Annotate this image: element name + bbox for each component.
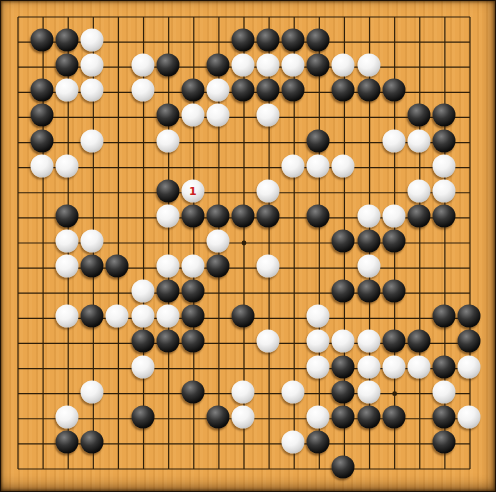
stone-black[interactable] xyxy=(407,104,430,127)
stone-black[interactable] xyxy=(206,54,229,77)
stone-black[interactable] xyxy=(181,280,204,303)
stone-black[interactable] xyxy=(56,54,79,77)
stone-black[interactable] xyxy=(407,204,430,227)
stone-white[interactable] xyxy=(432,154,455,177)
stone-black[interactable] xyxy=(31,104,54,127)
stone-white[interactable] xyxy=(307,154,330,177)
stone-black[interactable] xyxy=(357,405,380,428)
stone-white[interactable] xyxy=(257,330,280,353)
stone-black[interactable] xyxy=(31,129,54,152)
stone-black[interactable] xyxy=(156,280,179,303)
stone-white[interactable] xyxy=(56,405,79,428)
stone-white[interactable] xyxy=(282,154,305,177)
stone-black[interactable] xyxy=(307,129,330,152)
stone-black[interactable] xyxy=(432,204,455,227)
stone-black[interactable] xyxy=(432,305,455,328)
stone-black[interactable] xyxy=(181,79,204,102)
stone-black[interactable] xyxy=(332,79,355,102)
stone-black[interactable] xyxy=(257,204,280,227)
stone-white[interactable] xyxy=(357,255,380,278)
stone-white[interactable] xyxy=(307,355,330,378)
stone-white[interactable] xyxy=(332,330,355,353)
stone-black[interactable] xyxy=(407,330,430,353)
stone-white[interactable] xyxy=(432,179,455,202)
stone-black[interactable] xyxy=(307,29,330,52)
stone-white[interactable] xyxy=(81,380,104,403)
stone-white[interactable] xyxy=(357,204,380,227)
stone-white[interactable] xyxy=(181,104,204,127)
stone-black[interactable] xyxy=(332,355,355,378)
stone-white[interactable] xyxy=(307,330,330,353)
stone-white[interactable] xyxy=(407,129,430,152)
stone-black[interactable] xyxy=(357,79,380,102)
stone-white[interactable] xyxy=(56,305,79,328)
stone-white[interactable] xyxy=(156,305,179,328)
stone-white[interactable] xyxy=(156,129,179,152)
stone-white[interactable] xyxy=(332,54,355,77)
stone-white[interactable] xyxy=(81,54,104,77)
stone-white[interactable] xyxy=(131,54,154,77)
stone-black[interactable] xyxy=(181,305,204,328)
stone-white[interactable] xyxy=(206,229,229,252)
stone-black[interactable] xyxy=(332,380,355,403)
stone-black[interactable] xyxy=(156,330,179,353)
stone-black[interactable] xyxy=(332,405,355,428)
stone-black[interactable] xyxy=(257,79,280,102)
stone-black[interactable] xyxy=(382,79,405,102)
stone-black[interactable] xyxy=(432,129,455,152)
stone-white[interactable] xyxy=(332,154,355,177)
stone-black[interactable] xyxy=(156,179,179,202)
stone-black[interactable] xyxy=(131,405,154,428)
stone-white[interactable] xyxy=(382,129,405,152)
stone-white[interactable] xyxy=(382,355,405,378)
stone-black[interactable] xyxy=(432,104,455,127)
stone-black[interactable] xyxy=(257,29,280,52)
stone-white[interactable] xyxy=(231,405,254,428)
stone-black[interactable] xyxy=(357,229,380,252)
stone-black[interactable] xyxy=(231,79,254,102)
stone-black[interactable] xyxy=(56,29,79,52)
stone-black[interactable] xyxy=(181,330,204,353)
stone-white[interactable] xyxy=(382,204,405,227)
stone-black[interactable] xyxy=(307,430,330,453)
stone-black[interactable] xyxy=(131,330,154,353)
stone-white[interactable] xyxy=(56,229,79,252)
stone-black[interactable] xyxy=(81,255,104,278)
stone-white[interactable] xyxy=(106,305,129,328)
stone-white[interactable] xyxy=(457,405,480,428)
stone-black[interactable] xyxy=(357,280,380,303)
stone-black[interactable] xyxy=(231,204,254,227)
stone-black[interactable] xyxy=(231,29,254,52)
stone-black[interactable] xyxy=(432,405,455,428)
stone-black[interactable] xyxy=(81,430,104,453)
stone-white[interactable] xyxy=(56,255,79,278)
stone-white[interactable] xyxy=(257,104,280,127)
stone-white[interactable] xyxy=(81,29,104,52)
stone-black[interactable] xyxy=(106,255,129,278)
stone-black[interactable] xyxy=(206,204,229,227)
stone-black[interactable] xyxy=(432,430,455,453)
stone-white[interactable] xyxy=(457,355,480,378)
stone-white[interactable] xyxy=(257,255,280,278)
stone-black[interactable] xyxy=(332,229,355,252)
stone-white[interactable] xyxy=(432,380,455,403)
stone-white[interactable] xyxy=(181,255,204,278)
stone-black[interactable] xyxy=(282,29,305,52)
stone-white[interactable] xyxy=(231,380,254,403)
stone-white[interactable] xyxy=(56,154,79,177)
stone-white[interactable] xyxy=(131,79,154,102)
stone-white[interactable] xyxy=(357,355,380,378)
stone-black[interactable] xyxy=(457,330,480,353)
stone-white[interactable] xyxy=(31,154,54,177)
stone-black[interactable] xyxy=(457,305,480,328)
stone-black[interactable] xyxy=(181,380,204,403)
stone-white[interactable] xyxy=(257,179,280,202)
go-board[interactable]: 1 xyxy=(0,0,496,492)
stone-black[interactable] xyxy=(206,405,229,428)
stone-black[interactable] xyxy=(181,204,204,227)
stone-black[interactable] xyxy=(307,204,330,227)
stone-black[interactable] xyxy=(382,280,405,303)
stone-white[interactable] xyxy=(206,104,229,127)
stone-white[interactable] xyxy=(81,229,104,252)
stone-white[interactable] xyxy=(307,405,330,428)
stone-black[interactable] xyxy=(31,29,54,52)
stone-black[interactable] xyxy=(31,79,54,102)
stone-black[interactable] xyxy=(382,330,405,353)
stone-black[interactable] xyxy=(432,355,455,378)
stone-white[interactable] xyxy=(407,355,430,378)
stone-white[interactable] xyxy=(357,380,380,403)
stone-white[interactable] xyxy=(407,179,430,202)
stone-black[interactable] xyxy=(81,305,104,328)
stone-white[interactable] xyxy=(156,204,179,227)
stone-white[interactable] xyxy=(282,430,305,453)
stone-white[interactable] xyxy=(282,380,305,403)
stone-black[interactable] xyxy=(332,280,355,303)
stone-white[interactable] xyxy=(231,54,254,77)
stone-white[interactable] xyxy=(282,54,305,77)
stone-white[interactable] xyxy=(206,79,229,102)
stone-white[interactable] xyxy=(357,54,380,77)
stone-white[interactable] xyxy=(357,330,380,353)
stone-black[interactable] xyxy=(206,255,229,278)
stone-white[interactable] xyxy=(156,255,179,278)
stone-black[interactable] xyxy=(231,305,254,328)
stone-white[interactable] xyxy=(131,355,154,378)
stone-white[interactable] xyxy=(81,79,104,102)
stone-black[interactable] xyxy=(156,54,179,77)
move-number-label: 1 xyxy=(189,185,197,196)
stone-white[interactable]: 1 xyxy=(181,179,204,202)
stone-white[interactable] xyxy=(307,305,330,328)
stone-white[interactable] xyxy=(131,280,154,303)
stone-black[interactable] xyxy=(282,79,305,102)
stone-white[interactable] xyxy=(56,79,79,102)
stone-black[interactable] xyxy=(56,430,79,453)
stone-black[interactable] xyxy=(332,455,355,478)
stone-black[interactable] xyxy=(307,54,330,77)
stone-black[interactable] xyxy=(382,405,405,428)
stone-black[interactable] xyxy=(156,104,179,127)
stone-black[interactable] xyxy=(382,229,405,252)
stone-white[interactable] xyxy=(257,54,280,77)
stone-white[interactable] xyxy=(131,305,154,328)
stone-black[interactable] xyxy=(56,204,79,227)
stone-white[interactable] xyxy=(81,129,104,152)
